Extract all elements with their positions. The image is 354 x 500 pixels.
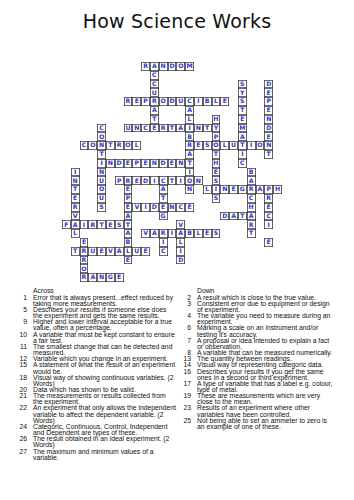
grid-cell: P [115, 176, 124, 185]
grid-blank [150, 238, 159, 247]
grid-blank [115, 71, 124, 80]
grid-blank [88, 203, 97, 212]
grid-blank [88, 150, 97, 159]
grid-cell: N [176, 159, 185, 168]
grid-blank [238, 247, 247, 256]
grid-blank [203, 273, 212, 282]
grid-cell: T [124, 220, 133, 229]
clue-text: Results of an experiment where other var… [197, 405, 333, 417]
grid-blank [88, 106, 97, 115]
grid-cell: R [80, 256, 89, 265]
grid-blank [132, 185, 141, 194]
grid-blank [141, 132, 150, 141]
grid-blank [115, 88, 124, 97]
grid-blank [71, 132, 80, 141]
grid-blank [71, 80, 80, 89]
grid-blank [141, 194, 150, 203]
grid-blank [159, 168, 168, 177]
grid-blank [97, 238, 106, 247]
grid-blank [80, 150, 89, 159]
grid-blank [62, 203, 71, 212]
grid-cell: U [150, 88, 159, 97]
grid-cell: L [194, 229, 203, 238]
grid-blank [150, 141, 159, 150]
grid-blank [62, 194, 71, 203]
grid-blank [176, 80, 185, 89]
grid-blank [185, 71, 194, 80]
grid-blank [220, 194, 229, 203]
grid-blank [132, 256, 141, 265]
grid-blank [80, 194, 89, 203]
clue-item: 27The maximum and minimum values of a va… [14, 449, 177, 461]
clue-item: 6Marking a scale on an instrument and/or… [183, 325, 333, 337]
grid-cell: L [220, 141, 229, 150]
grid-blank [176, 194, 185, 203]
grid-blank [159, 264, 168, 273]
grid-blank [212, 256, 221, 265]
grid-blank [212, 212, 221, 221]
grid-blank [71, 273, 80, 282]
grid-blank [247, 264, 256, 273]
grid-blank [88, 238, 97, 247]
grid-blank [80, 132, 89, 141]
grid-blank [203, 176, 212, 185]
grid-blank [159, 115, 168, 124]
grid-blank [150, 212, 159, 221]
grid-cell: U [97, 176, 106, 185]
grid-blank [185, 264, 194, 273]
grid-blank [194, 150, 203, 159]
grid-blank [220, 247, 229, 256]
grid-cell: I [150, 176, 159, 185]
grid-blank [80, 212, 89, 221]
grid-blank [141, 141, 150, 150]
grid-blank [80, 71, 89, 80]
grid-blank [185, 80, 194, 89]
grid-blank [203, 203, 212, 212]
grid-blank [106, 132, 115, 141]
grid-blank [238, 62, 247, 71]
grid-blank [62, 185, 71, 194]
grid-blank [97, 264, 106, 273]
grid-blank [238, 229, 247, 238]
grid-blank [71, 141, 80, 150]
clue-text: A statement of what the result of an exp… [33, 362, 176, 374]
grid-blank [115, 80, 124, 89]
grid-blank [97, 80, 106, 89]
grid-blank [273, 88, 282, 97]
grid-blank [88, 115, 97, 124]
grid-cell: N [185, 185, 194, 194]
clue-number: 6 [183, 325, 197, 331]
grid-blank [185, 220, 194, 229]
grid-cell: A [150, 229, 159, 238]
grid-cell: N [264, 141, 273, 150]
grid-blank [185, 212, 194, 221]
grid-cell: I [176, 176, 185, 185]
grid-blank [80, 106, 89, 115]
grid-blank [124, 115, 133, 124]
grid-blank [256, 176, 265, 185]
grid-blank [212, 220, 221, 229]
grid-blank [176, 212, 185, 221]
grid-blank [62, 62, 71, 71]
grid-cell: T [238, 106, 247, 115]
grid-cell: S [212, 229, 221, 238]
grid-cell: S [115, 220, 124, 229]
clue-item: 26The result obtained in an ideal experi… [14, 436, 177, 448]
grid-cell: E [264, 132, 273, 141]
clue-number: 15 [14, 362, 33, 368]
grid-cell: B [185, 132, 194, 141]
grid-blank [247, 273, 256, 282]
grid-blank [176, 273, 185, 282]
grid-cell: O [185, 176, 194, 185]
grid-blank [168, 220, 177, 229]
grid-blank [220, 106, 229, 115]
grid-blank [141, 273, 150, 282]
grid-blank [88, 168, 97, 177]
grid-blank [71, 256, 80, 265]
grid-blank [220, 256, 229, 265]
grid-blank [80, 185, 89, 194]
down-clues-section: Down 2A result which is close to the tru… [183, 288, 333, 430]
grid-blank [176, 141, 185, 150]
grid-cell: T [238, 212, 247, 221]
grid-blank [212, 238, 221, 247]
grid-blank [247, 159, 256, 168]
grid-cell: E [194, 141, 203, 150]
grid-blank [176, 106, 185, 115]
grid-blank [88, 97, 97, 106]
grid-blank [168, 106, 177, 115]
grid-blank [220, 124, 229, 133]
grid-cell: A [247, 212, 256, 221]
grid-blank [229, 194, 238, 203]
grid-blank [150, 150, 159, 159]
grid-blank [256, 159, 265, 168]
grid-blank [273, 256, 282, 265]
grid-blank [132, 88, 141, 97]
grid-blank [229, 247, 238, 256]
grid-blank [115, 115, 124, 124]
grid-cell: A [176, 229, 185, 238]
grid-blank [220, 115, 229, 124]
grid-blank [194, 194, 203, 203]
clue-number: 22 [14, 405, 33, 411]
grid-blank [229, 124, 238, 133]
grid-cell: D [220, 212, 229, 221]
grid-blank [212, 88, 221, 97]
grid-blank [80, 229, 89, 238]
grid-cell: H [273, 185, 282, 194]
grid-blank [106, 80, 115, 89]
grid-blank [115, 97, 124, 106]
grid-blank [62, 115, 71, 124]
grid-blank [150, 247, 159, 256]
grid-cell: S [203, 141, 212, 150]
grid-blank [88, 88, 97, 97]
grid-cell: N [132, 124, 141, 133]
clue-text: The result obtained in an ideal experime… [33, 436, 176, 448]
grid-blank [132, 115, 141, 124]
grid-blank [106, 185, 115, 194]
grid-blank [273, 132, 282, 141]
grid-blank [203, 80, 212, 89]
grid-blank [229, 132, 238, 141]
grid-cell: R [247, 220, 256, 229]
grid-blank [273, 150, 282, 159]
grid-blank [203, 194, 212, 203]
grid-blank [62, 141, 71, 150]
grid-cell: O [256, 141, 265, 150]
grid-blank [150, 132, 159, 141]
grid-cell: A [88, 273, 97, 282]
grid-cell: I [264, 220, 273, 229]
grid-blank [62, 88, 71, 97]
worksheet-page: How Science Works RANDOMCCSDUYEREPRODUCI… [0, 0, 354, 500]
grid-blank [168, 150, 177, 159]
grid-blank [247, 247, 256, 256]
grid-blank [238, 203, 247, 212]
grid-cell: C [80, 141, 89, 150]
grid-cell: A [124, 229, 133, 238]
grid-blank [106, 212, 115, 221]
grid-blank [203, 159, 212, 168]
grid-cell: U [88, 247, 97, 256]
grid-blank [256, 264, 265, 273]
grid-blank [264, 229, 273, 238]
clue-number: 23 [183, 405, 197, 411]
grid-cell: E [264, 203, 273, 212]
clue-text: Not being able to set an ammeter to zero… [197, 418, 333, 430]
grid-blank [71, 115, 80, 124]
clue-item: 25Not being able to set an ammeter to ze… [183, 418, 333, 430]
grid-blank [194, 106, 203, 115]
grid-cell: P [264, 97, 273, 106]
clue-number: 16 [183, 369, 197, 375]
grid-cell: E [80, 238, 89, 247]
grid-cell: R [264, 194, 273, 203]
grid-blank [212, 264, 221, 273]
grid-cell: V [132, 203, 141, 212]
grid-blank [238, 176, 247, 185]
grid-blank [141, 185, 150, 194]
grid-blank [150, 273, 159, 282]
grid-blank [115, 203, 124, 212]
grid-cell: I [185, 168, 194, 177]
grid-blank [132, 238, 141, 247]
grid-cell: E [132, 176, 141, 185]
grid-blank [203, 168, 212, 177]
grid-blank [273, 229, 282, 238]
grid-cell: E [106, 220, 115, 229]
grid-blank [220, 238, 229, 247]
grid-cell: Y [212, 124, 221, 133]
grid-cell: D [168, 62, 177, 71]
grid-blank [168, 194, 177, 203]
grid-cell: U [132, 247, 141, 256]
grid-blank [247, 256, 256, 265]
grid-blank [256, 194, 265, 203]
grid-blank [115, 106, 124, 115]
grid-blank [106, 150, 115, 159]
grid-blank [115, 264, 124, 273]
grid-blank [203, 115, 212, 124]
grid-blank [132, 264, 141, 273]
grid-blank [273, 212, 282, 221]
grid-blank [194, 71, 203, 80]
grid-blank [273, 247, 282, 256]
grid-cell: E [124, 256, 133, 265]
grid-blank [229, 71, 238, 80]
grid-cell: R [141, 62, 150, 71]
grid-blank [176, 132, 185, 141]
grid-blank [115, 168, 124, 177]
grid-cell: N [71, 176, 80, 185]
grid-blank [273, 203, 282, 212]
grid-blank [264, 71, 273, 80]
grid-blank [194, 159, 203, 168]
grid-blank [212, 273, 221, 282]
grid-blank [88, 80, 97, 89]
grid-blank [273, 80, 282, 89]
grid-blank [185, 256, 194, 265]
grid-cell: A [185, 150, 194, 159]
grid-blank [238, 71, 247, 80]
grid-cell: B [247, 168, 256, 177]
grid-cell: T [185, 159, 194, 168]
grid-cell: A [150, 62, 159, 71]
grid-cell: A [124, 212, 133, 221]
grid-blank [62, 256, 71, 265]
grid-cell: C [238, 159, 247, 168]
grid-blank [150, 185, 159, 194]
grid-blank [273, 141, 282, 150]
grid-blank [71, 159, 80, 168]
grid-blank [256, 212, 265, 221]
grid-blank [256, 220, 265, 229]
grid-blank [176, 264, 185, 273]
grid-cell: C [141, 124, 150, 133]
grid-cell: R [80, 247, 89, 256]
grid-blank [273, 62, 282, 71]
grid-blank [176, 168, 185, 177]
grid-blank [238, 168, 247, 177]
grid-blank [80, 88, 89, 97]
grid-blank [106, 264, 115, 273]
grid-blank [62, 80, 71, 89]
grid-blank [80, 62, 89, 71]
grid-blank [168, 141, 177, 150]
grid-blank [273, 168, 282, 177]
grid-blank [80, 124, 89, 133]
grid-blank [185, 238, 194, 247]
grid-blank [150, 264, 159, 273]
grid-cell: C [97, 124, 106, 133]
grid-blank [194, 273, 203, 282]
grid-blank [159, 256, 168, 265]
grid-cell: I [185, 124, 194, 133]
clue-number: 26 [14, 436, 33, 442]
clue-number: 10 [14, 332, 33, 338]
grid-blank [71, 71, 80, 80]
grid-blank [80, 115, 89, 124]
grid-blank [150, 256, 159, 265]
grid-blank [220, 150, 229, 159]
grid-blank [71, 124, 80, 133]
grid-cell: R [71, 203, 80, 212]
grid-cell: E [150, 124, 159, 133]
grid-blank [264, 159, 273, 168]
grid-blank [256, 238, 265, 247]
grid-blank [97, 106, 106, 115]
grid-cell: C [150, 71, 159, 80]
grid-blank [141, 88, 150, 97]
clue-number: 25 [183, 418, 197, 424]
grid-cell: E [264, 106, 273, 115]
grid-blank [159, 150, 168, 159]
grid-blank [159, 80, 168, 89]
grid-blank [88, 185, 97, 194]
grid-blank [203, 238, 212, 247]
clue-number: 17 [183, 381, 197, 387]
grid-blank [106, 106, 115, 115]
grid-blank [71, 88, 80, 97]
grid-blank [256, 88, 265, 97]
clue-text: Higher and lower interval acceptable for… [33, 319, 176, 331]
grid-blank [176, 115, 185, 124]
clue-number: 11 [14, 344, 33, 350]
grid-cell: A [229, 212, 238, 221]
grid-blank [132, 106, 141, 115]
grid-cell: R [124, 176, 133, 185]
clue-number: 21 [14, 393, 33, 399]
grid-cell: U [124, 124, 133, 133]
clue-number: 19 [183, 393, 197, 399]
grid-blank [88, 194, 97, 203]
grid-blank [247, 62, 256, 71]
grid-blank [168, 80, 177, 89]
grid-blank [168, 212, 177, 221]
grid-cell: N [97, 273, 106, 282]
grid-cell: A [256, 185, 265, 194]
grid-blank [106, 88, 115, 97]
grid-cell: T [150, 115, 159, 124]
grid-blank [80, 168, 89, 177]
grid-blank [150, 194, 159, 203]
clue-text: The maximum and minimum values of a vari… [33, 449, 176, 461]
grid-blank [212, 247, 221, 256]
grid-blank [62, 159, 71, 168]
grid-blank [229, 62, 238, 71]
grid-blank [168, 264, 177, 273]
grid-blank [115, 194, 124, 203]
grid-cell: R [247, 185, 256, 194]
grid-blank [88, 132, 97, 141]
grid-blank [229, 238, 238, 247]
grid-cell: D [176, 256, 185, 265]
grid-cell: N [168, 203, 177, 212]
grid-blank [203, 150, 212, 159]
grid-cell: N [194, 124, 203, 133]
grid-cell: L [124, 247, 133, 256]
grid-blank [88, 212, 97, 221]
grid-blank [194, 185, 203, 194]
grid-cell: R [159, 124, 168, 133]
grid-blank [203, 220, 212, 229]
grid-blank [229, 115, 238, 124]
